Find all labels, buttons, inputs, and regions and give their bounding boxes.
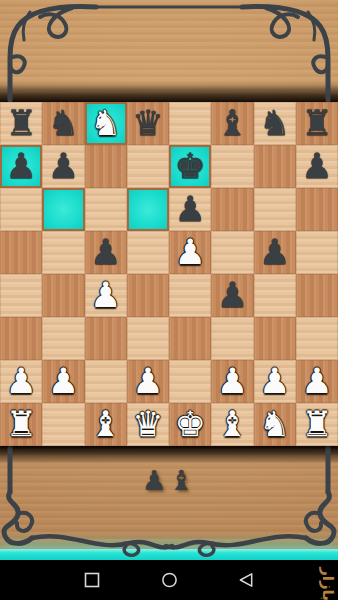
square-a2[interactable]: ♟ bbox=[0, 360, 42, 403]
square-c2[interactable] bbox=[85, 360, 127, 403]
square-d3[interactable] bbox=[127, 317, 169, 360]
piece-white-c8: ♞ bbox=[90, 102, 121, 145]
android-nav-bar bbox=[0, 560, 338, 600]
square-b6[interactable] bbox=[42, 188, 84, 231]
piece-black-c5: ♟ bbox=[90, 231, 121, 274]
back-button[interactable] bbox=[238, 572, 255, 589]
square-g1[interactable]: ♞ bbox=[254, 403, 296, 446]
square-d4[interactable] bbox=[127, 274, 169, 317]
square-d5[interactable] bbox=[127, 231, 169, 274]
square-d7[interactable] bbox=[127, 145, 169, 188]
piece-white-h1: ♜ bbox=[301, 403, 332, 446]
board-shadow-top bbox=[0, 82, 338, 102]
square-a7[interactable]: ♟ bbox=[0, 145, 42, 188]
square-a4[interactable] bbox=[0, 274, 42, 317]
square-g3[interactable] bbox=[254, 317, 296, 360]
bazaar-watermark: بازار bbox=[319, 567, 337, 600]
square-f5[interactable] bbox=[211, 231, 253, 274]
square-c8[interactable]: ♞ bbox=[85, 102, 127, 145]
piece-black-f4: ♟ bbox=[217, 274, 248, 317]
piece-white-a1: ♜ bbox=[5, 403, 36, 446]
square-g7[interactable] bbox=[254, 145, 296, 188]
square-b8[interactable]: ♞ bbox=[42, 102, 84, 145]
square-f1[interactable]: ♝ bbox=[211, 403, 253, 446]
chess-board: ♜♞♞♛♝♞♜♟♟♚♟♟♟♟♟♟♟♟♟♟♟♟♟♜♝♛♚♝♞♜ bbox=[0, 102, 338, 446]
square-f2[interactable]: ♟ bbox=[211, 360, 253, 403]
piece-white-f1: ♝ bbox=[217, 403, 248, 446]
square-a6[interactable] bbox=[0, 188, 42, 231]
square-c5[interactable]: ♟ bbox=[85, 231, 127, 274]
square-d1[interactable]: ♛ bbox=[127, 403, 169, 446]
piece-black-b7: ♟ bbox=[48, 145, 79, 188]
piece-white-h2: ♟ bbox=[301, 360, 332, 403]
square-g4[interactable] bbox=[254, 274, 296, 317]
square-d6[interactable] bbox=[127, 188, 169, 231]
square-d8[interactable]: ♛ bbox=[127, 102, 169, 145]
back-triangle-icon bbox=[238, 572, 255, 588]
square-h4[interactable] bbox=[296, 274, 338, 317]
piece-black-h7: ♟ bbox=[301, 145, 332, 188]
captured-black-bishop: ♝ bbox=[169, 464, 193, 498]
square-f3[interactable] bbox=[211, 317, 253, 360]
square-b2[interactable]: ♟ bbox=[42, 360, 84, 403]
square-h3[interactable] bbox=[296, 317, 338, 360]
glow-bar bbox=[0, 549, 338, 560]
square-f7[interactable] bbox=[211, 145, 253, 188]
piece-white-d2: ♟ bbox=[132, 360, 163, 403]
square-h8[interactable]: ♜ bbox=[296, 102, 338, 145]
square-f4[interactable]: ♟ bbox=[211, 274, 253, 317]
piece-black-e7: ♚ bbox=[174, 145, 205, 188]
recents-square-icon bbox=[84, 572, 100, 588]
recents-button[interactable] bbox=[84, 572, 101, 589]
piece-black-b8: ♞ bbox=[48, 102, 79, 145]
square-f6[interactable] bbox=[211, 188, 253, 231]
square-e8[interactable] bbox=[169, 102, 211, 145]
square-h2[interactable]: ♟ bbox=[296, 360, 338, 403]
square-h6[interactable] bbox=[296, 188, 338, 231]
square-c3[interactable] bbox=[85, 317, 127, 360]
square-b3[interactable] bbox=[42, 317, 84, 360]
square-e6[interactable]: ♟ bbox=[169, 188, 211, 231]
captured-pieces-tray: ♟♝ bbox=[142, 464, 193, 498]
square-b1[interactable] bbox=[42, 403, 84, 446]
square-e4[interactable] bbox=[169, 274, 211, 317]
piece-white-e1: ♚ bbox=[174, 403, 205, 446]
square-h1[interactable]: ♜ bbox=[296, 403, 338, 446]
square-a1[interactable]: ♜ bbox=[0, 403, 42, 446]
captured-black-pawn: ♟ bbox=[142, 464, 166, 498]
piece-black-f8: ♝ bbox=[217, 102, 248, 145]
square-f8[interactable]: ♝ bbox=[211, 102, 253, 145]
piece-black-a7: ♟ bbox=[5, 145, 36, 188]
piece-white-c4: ♟ bbox=[90, 274, 121, 317]
home-circle-icon bbox=[161, 571, 178, 589]
home-button[interactable] bbox=[161, 572, 178, 589]
piece-black-h8: ♜ bbox=[301, 102, 332, 145]
piece-black-a8: ♜ bbox=[5, 102, 36, 145]
board-shadow-bottom bbox=[0, 446, 338, 464]
square-g2[interactable]: ♟ bbox=[254, 360, 296, 403]
square-e5[interactable]: ♟ bbox=[169, 231, 211, 274]
square-c7[interactable] bbox=[85, 145, 127, 188]
piece-white-g2: ♟ bbox=[259, 360, 290, 403]
chess-app-screen: ♜♞♞♛♝♞♜♟♟♚♟♟♟♟♟♟♟♟♟♟♟♟♟♜♝♛♚♝♞♜ ♟♝ بازار bbox=[0, 0, 338, 600]
square-a3[interactable] bbox=[0, 317, 42, 360]
square-b7[interactable]: ♟ bbox=[42, 145, 84, 188]
square-a8[interactable]: ♜ bbox=[0, 102, 42, 145]
square-g8[interactable]: ♞ bbox=[254, 102, 296, 145]
piece-black-g5: ♟ bbox=[259, 231, 290, 274]
piece-white-g1: ♞ bbox=[259, 403, 290, 446]
piece-black-e6: ♟ bbox=[174, 188, 205, 231]
square-e1[interactable]: ♚ bbox=[169, 403, 211, 446]
piece-white-c1: ♝ bbox=[90, 403, 121, 446]
square-b4[interactable] bbox=[42, 274, 84, 317]
square-g6[interactable] bbox=[254, 188, 296, 231]
square-g5[interactable]: ♟ bbox=[254, 231, 296, 274]
piece-white-a2: ♟ bbox=[5, 360, 36, 403]
piece-white-d1: ♛ bbox=[132, 403, 163, 446]
square-e2[interactable] bbox=[169, 360, 211, 403]
piece-white-e5: ♟ bbox=[174, 231, 205, 274]
square-c6[interactable] bbox=[85, 188, 127, 231]
square-e3[interactable] bbox=[169, 317, 211, 360]
piece-black-d8: ♛ bbox=[132, 102, 163, 145]
square-b5[interactable] bbox=[42, 231, 84, 274]
piece-black-g8: ♞ bbox=[259, 102, 290, 145]
piece-white-b2: ♟ bbox=[48, 360, 79, 403]
square-c4[interactable]: ♟ bbox=[85, 274, 127, 317]
piece-white-f2: ♟ bbox=[217, 360, 248, 403]
square-h7[interactable]: ♟ bbox=[296, 145, 338, 188]
square-d2[interactable]: ♟ bbox=[127, 360, 169, 403]
square-h5[interactable] bbox=[296, 231, 338, 274]
square-a5[interactable] bbox=[0, 231, 42, 274]
square-e7[interactable]: ♚ bbox=[169, 145, 211, 188]
square-c1[interactable]: ♝ bbox=[85, 403, 127, 446]
